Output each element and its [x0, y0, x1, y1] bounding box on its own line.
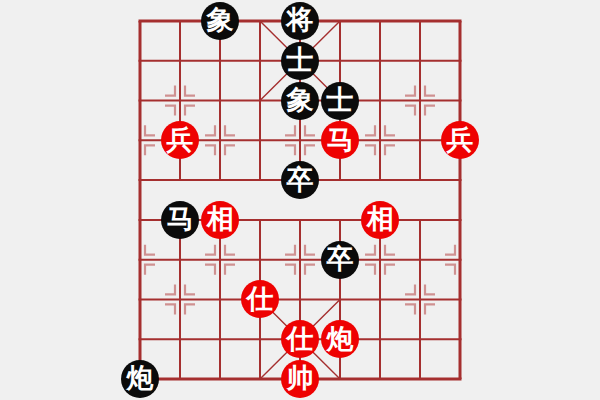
xiangqi-board: 象将士象士兵马兵卒马相相卒仕仕炮炮帅	[0, 0, 600, 400]
piece-red-advisor[interactable]: 仕	[281, 320, 319, 358]
piece-black-soldier[interactable]: 卒	[281, 161, 319, 199]
piece-black-horse[interactable]: 马	[161, 201, 199, 239]
piece-red-elephant[interactable]: 相	[361, 201, 399, 239]
piece-red-soldier[interactable]: 兵	[441, 121, 479, 159]
piece-black-advisor[interactable]: 士	[281, 42, 319, 80]
piece-red-cannon[interactable]: 炮	[321, 320, 359, 358]
piece-red-horse[interactable]: 马	[321, 121, 359, 159]
piece-red-elephant[interactable]: 相	[201, 201, 239, 239]
pieces-layer: 象将士象士兵马兵卒马相相卒仕仕炮炮帅	[120, 1, 480, 399]
piece-black-cannon[interactable]: 炮	[121, 360, 159, 398]
piece-black-advisor[interactable]: 士	[321, 82, 359, 120]
piece-black-elephant[interactable]: 象	[281, 82, 319, 120]
piece-black-elephant[interactable]: 象	[201, 2, 239, 40]
piece-black-general[interactable]: 将	[281, 2, 319, 40]
piece-black-soldier[interactable]: 卒	[321, 241, 359, 279]
piece-red-general[interactable]: 帅	[281, 360, 319, 398]
piece-red-soldier[interactable]: 兵	[161, 121, 199, 159]
piece-red-advisor[interactable]: 仕	[241, 280, 279, 318]
